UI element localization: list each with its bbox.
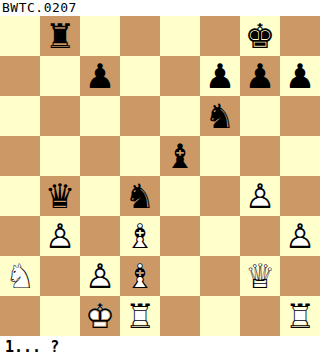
square-b2[interactable] xyxy=(40,256,80,296)
piece-white-king: ♚♔ xyxy=(80,296,120,336)
square-a1[interactable] xyxy=(0,296,40,336)
square-b3[interactable]: ♟♙ xyxy=(40,216,80,256)
square-f6[interactable]: ♞ xyxy=(200,96,240,136)
square-c1[interactable]: ♚♔ xyxy=(80,296,120,336)
square-h4[interactable] xyxy=(280,176,320,216)
square-e1[interactable] xyxy=(160,296,200,336)
square-a8[interactable] xyxy=(0,16,40,56)
square-c2[interactable]: ♟♙ xyxy=(80,256,120,296)
square-c6[interactable] xyxy=(80,96,120,136)
square-h6[interactable] xyxy=(280,96,320,136)
square-a4[interactable] xyxy=(0,176,40,216)
square-b5[interactable] xyxy=(40,136,80,176)
piece-black-knight: ♞ xyxy=(120,176,160,216)
square-a3[interactable] xyxy=(0,216,40,256)
piece-black-knight: ♞ xyxy=(200,96,240,136)
square-h7[interactable]: ♟ xyxy=(280,56,320,96)
move-prompt: 1... ? xyxy=(0,336,320,360)
chess-board: ♜♚♟♟♟♟♞♝♛♞♟♙♟♙♝♗♟♙♞♘♟♙♝♗♛♕♚♔♜♖♜♖ xyxy=(0,16,320,336)
square-d3[interactable]: ♝♗ xyxy=(120,216,160,256)
square-e3[interactable] xyxy=(160,216,200,256)
square-e7[interactable] xyxy=(160,56,200,96)
piece-black-pawn: ♟ xyxy=(280,56,320,96)
piece-black-pawn: ♟ xyxy=(80,56,120,96)
square-g4[interactable]: ♟♙ xyxy=(240,176,280,216)
square-h3[interactable]: ♟♙ xyxy=(280,216,320,256)
piece-white-pawn: ♟♙ xyxy=(80,256,120,296)
square-b1[interactable] xyxy=(40,296,80,336)
square-e6[interactable] xyxy=(160,96,200,136)
square-g3[interactable] xyxy=(240,216,280,256)
piece-black-rook: ♜ xyxy=(40,16,80,56)
square-e4[interactable] xyxy=(160,176,200,216)
square-f4[interactable] xyxy=(200,176,240,216)
square-d6[interactable] xyxy=(120,96,160,136)
piece-black-pawn: ♟ xyxy=(200,56,240,96)
piece-white-pawn: ♟♙ xyxy=(280,216,320,256)
square-d5[interactable] xyxy=(120,136,160,176)
piece-black-bishop: ♝ xyxy=(160,136,200,176)
square-b6[interactable] xyxy=(40,96,80,136)
piece-white-queen: ♛♕ xyxy=(240,256,280,296)
square-b7[interactable] xyxy=(40,56,80,96)
square-f5[interactable] xyxy=(200,136,240,176)
square-g8[interactable]: ♚ xyxy=(240,16,280,56)
piece-white-rook: ♜♖ xyxy=(280,296,320,336)
square-c3[interactable] xyxy=(80,216,120,256)
piece-white-rook: ♜♖ xyxy=(120,296,160,336)
square-g1[interactable] xyxy=(240,296,280,336)
square-a2[interactable]: ♞♘ xyxy=(0,256,40,296)
square-e8[interactable] xyxy=(160,16,200,56)
square-a7[interactable] xyxy=(0,56,40,96)
piece-black-pawn: ♟ xyxy=(240,56,280,96)
square-d4[interactable]: ♞ xyxy=(120,176,160,216)
piece-white-pawn: ♟♙ xyxy=(240,176,280,216)
piece-black-king: ♚ xyxy=(240,16,280,56)
piece-white-bishop: ♝♗ xyxy=(120,216,160,256)
square-g7[interactable]: ♟ xyxy=(240,56,280,96)
square-a6[interactable] xyxy=(0,96,40,136)
square-e2[interactable] xyxy=(160,256,200,296)
square-g6[interactable] xyxy=(240,96,280,136)
square-c7[interactable]: ♟ xyxy=(80,56,120,96)
square-c8[interactable] xyxy=(80,16,120,56)
square-c5[interactable] xyxy=(80,136,120,176)
square-d2[interactable]: ♝♗ xyxy=(120,256,160,296)
square-d1[interactable]: ♜♖ xyxy=(120,296,160,336)
square-f8[interactable] xyxy=(200,16,240,56)
square-f1[interactable] xyxy=(200,296,240,336)
piece-white-knight: ♞♘ xyxy=(0,256,40,296)
square-b4[interactable]: ♛ xyxy=(40,176,80,216)
square-h5[interactable] xyxy=(280,136,320,176)
square-f7[interactable]: ♟ xyxy=(200,56,240,96)
piece-black-queen: ♛ xyxy=(40,176,80,216)
square-d8[interactable] xyxy=(120,16,160,56)
square-f2[interactable] xyxy=(200,256,240,296)
square-g2[interactable]: ♛♕ xyxy=(240,256,280,296)
square-h8[interactable] xyxy=(280,16,320,56)
piece-white-bishop: ♝♗ xyxy=(120,256,160,296)
square-e5[interactable]: ♝ xyxy=(160,136,200,176)
square-f3[interactable] xyxy=(200,216,240,256)
square-b8[interactable]: ♜ xyxy=(40,16,80,56)
square-a5[interactable] xyxy=(0,136,40,176)
square-h1[interactable]: ♜♖ xyxy=(280,296,320,336)
square-h2[interactable] xyxy=(280,256,320,296)
puzzle-id: BWTC.0207 xyxy=(0,0,320,16)
square-d7[interactable] xyxy=(120,56,160,96)
square-g5[interactable] xyxy=(240,136,280,176)
piece-white-pawn: ♟♙ xyxy=(40,216,80,256)
square-c4[interactable] xyxy=(80,176,120,216)
